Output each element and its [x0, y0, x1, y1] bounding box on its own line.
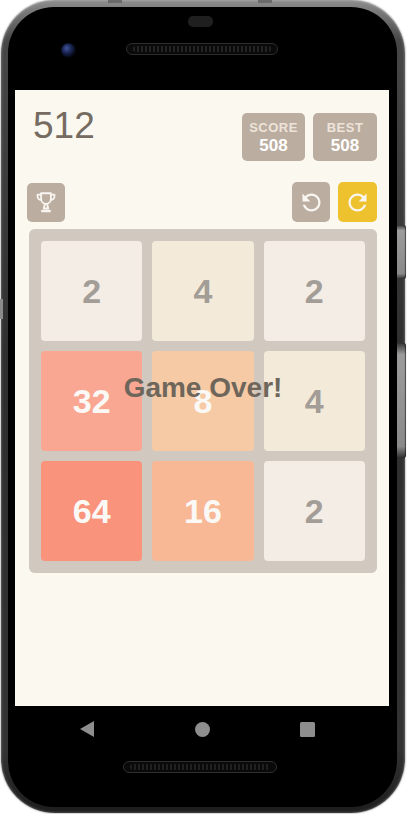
antenna-line: [108, 0, 122, 3]
best-box: BEST 508: [313, 113, 377, 161]
front-camera: [61, 43, 76, 58]
earpiece-speaker-grille: [126, 43, 278, 55]
proximity-sensor: [188, 16, 213, 27]
game-over-text: Game Over!: [124, 372, 283, 404]
game-board[interactable]: 242328464162 Game Over!: [29, 229, 377, 573]
back-triangle-icon[interactable]: [80, 721, 94, 737]
game-over-overlay: Game Over!: [29, 229, 377, 573]
undo-button[interactable]: [292, 182, 330, 222]
leaderboard-button[interactable]: [27, 183, 65, 222]
recents-square-icon[interactable]: [300, 722, 315, 737]
best-value: 508: [313, 136, 377, 156]
antenna-line: [258, 0, 272, 3]
volume-button: [397, 343, 406, 458]
game-title: 512: [33, 104, 95, 148]
home-circle-icon[interactable]: [195, 722, 210, 737]
score-box: SCORE 508: [242, 113, 305, 161]
sim-tray: [0, 299, 3, 319]
score-label: SCORE: [242, 120, 305, 135]
best-label: BEST: [313, 120, 377, 135]
bottom-speaker-grille: [123, 761, 277, 773]
phone-mockup: 512 SCORE 508 BEST 508: [0, 0, 407, 814]
power-button: [397, 225, 406, 279]
score-value: 508: [242, 136, 305, 156]
restart-arrow-icon: [344, 189, 371, 216]
undo-arrow-icon: [298, 189, 325, 216]
trophy-icon: [33, 189, 59, 216]
restart-button[interactable]: [338, 182, 377, 222]
